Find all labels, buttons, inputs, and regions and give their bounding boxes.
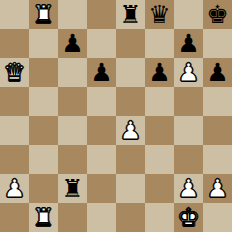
square-d1[interactable] (87, 203, 116, 232)
black-rook[interactable]: ♜ (119, 0, 141, 29)
square-g6[interactable]: ♟ (174, 58, 203, 87)
square-a8[interactable] (0, 0, 29, 29)
square-b1[interactable]: ♜ (29, 203, 58, 232)
square-h2[interactable]: ♟ (203, 174, 232, 203)
square-c2[interactable]: ♜ (58, 174, 87, 203)
black-queen[interactable]: ♛ (148, 0, 170, 29)
chess-board: ♜♜♛♚♟♟♛♟♟♟♟♟♟♜♟♟♜♚ (0, 0, 232, 232)
black-pawn[interactable]: ♟ (206, 58, 228, 87)
square-b2[interactable] (29, 174, 58, 203)
square-g3[interactable] (174, 145, 203, 174)
square-g7[interactable]: ♟ (174, 29, 203, 58)
white-rook[interactable]: ♜ (32, 0, 54, 29)
square-f1[interactable] (145, 203, 174, 232)
square-d5[interactable] (87, 87, 116, 116)
square-b5[interactable] (29, 87, 58, 116)
white-king[interactable]: ♚ (177, 203, 199, 232)
square-g8[interactable] (174, 0, 203, 29)
square-g1[interactable]: ♚ (174, 203, 203, 232)
square-f3[interactable] (145, 145, 174, 174)
square-h1[interactable] (203, 203, 232, 232)
white-pawn[interactable]: ♟ (3, 174, 25, 203)
square-f4[interactable] (145, 116, 174, 145)
square-c6[interactable] (58, 58, 87, 87)
square-g4[interactable] (174, 116, 203, 145)
square-a1[interactable] (0, 203, 29, 232)
square-c4[interactable] (58, 116, 87, 145)
square-e2[interactable] (116, 174, 145, 203)
square-a4[interactable] (0, 116, 29, 145)
square-d7[interactable] (87, 29, 116, 58)
square-a2[interactable]: ♟ (0, 174, 29, 203)
square-e6[interactable] (116, 58, 145, 87)
square-b4[interactable] (29, 116, 58, 145)
white-pawn[interactable]: ♟ (177, 58, 199, 87)
square-g5[interactable] (174, 87, 203, 116)
square-e1[interactable] (116, 203, 145, 232)
square-d2[interactable] (87, 174, 116, 203)
square-b3[interactable] (29, 145, 58, 174)
black-king[interactable]: ♚ (206, 0, 228, 29)
square-a3[interactable] (0, 145, 29, 174)
black-pawn[interactable]: ♟ (177, 29, 199, 58)
square-e8[interactable]: ♜ (116, 0, 145, 29)
square-d8[interactable] (87, 0, 116, 29)
square-f5[interactable] (145, 87, 174, 116)
square-h4[interactable] (203, 116, 232, 145)
square-e7[interactable] (116, 29, 145, 58)
square-c7[interactable]: ♟ (58, 29, 87, 58)
square-a7[interactable] (0, 29, 29, 58)
square-a5[interactable] (0, 87, 29, 116)
white-pawn[interactable]: ♟ (177, 174, 199, 203)
square-f6[interactable]: ♟ (145, 58, 174, 87)
square-b7[interactable] (29, 29, 58, 58)
white-pawn[interactable]: ♟ (206, 174, 228, 203)
black-pawn[interactable]: ♟ (90, 58, 112, 87)
square-f2[interactable] (145, 174, 174, 203)
square-h8[interactable]: ♚ (203, 0, 232, 29)
square-c8[interactable] (58, 0, 87, 29)
square-f8[interactable]: ♛ (145, 0, 174, 29)
white-queen[interactable]: ♛ (3, 58, 25, 87)
square-e5[interactable] (116, 87, 145, 116)
square-d3[interactable] (87, 145, 116, 174)
square-d4[interactable] (87, 116, 116, 145)
square-b6[interactable] (29, 58, 58, 87)
square-c3[interactable] (58, 145, 87, 174)
square-c1[interactable] (58, 203, 87, 232)
square-e4[interactable]: ♟ (116, 116, 145, 145)
white-pawn[interactable]: ♟ (119, 116, 141, 145)
square-h5[interactable] (203, 87, 232, 116)
black-pawn[interactable]: ♟ (148, 58, 170, 87)
square-h3[interactable] (203, 145, 232, 174)
square-h6[interactable]: ♟ (203, 58, 232, 87)
square-b8[interactable]: ♜ (29, 0, 58, 29)
square-h7[interactable] (203, 29, 232, 58)
white-rook[interactable]: ♜ (32, 203, 54, 232)
square-a6[interactable]: ♛ (0, 58, 29, 87)
square-e3[interactable] (116, 145, 145, 174)
black-rook[interactable]: ♜ (61, 174, 83, 203)
square-d6[interactable]: ♟ (87, 58, 116, 87)
square-g2[interactable]: ♟ (174, 174, 203, 203)
square-f7[interactable] (145, 29, 174, 58)
square-c5[interactable] (58, 87, 87, 116)
black-pawn[interactable]: ♟ (61, 29, 83, 58)
